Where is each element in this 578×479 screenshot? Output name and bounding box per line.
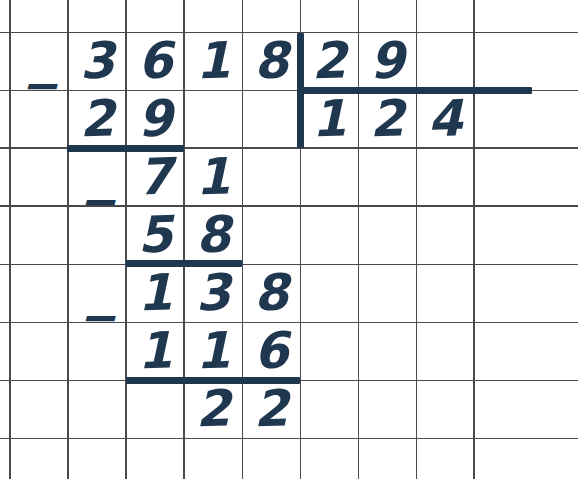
digit-2-r2c7: 2 [357,89,417,149]
digit-9-r1c7: 9 [357,31,417,91]
minus-sign-r5c2: − [68,288,126,346]
digit-1-r3c4: 1 [183,147,243,207]
digit-1-r1c4: 1 [183,31,243,91]
digit-2-r7c5: 2 [241,379,301,439]
minus-sign-r1c1: − [10,56,68,114]
minus-sign-r3c2: − [68,172,126,230]
digit-6-r6c5: 6 [241,321,301,381]
digit-8-r4c4: 8 [183,205,243,265]
digit-7-r3c3: 7 [125,147,185,207]
digit-8-r5c5: 8 [241,263,301,323]
digit-6-r1c3: 6 [125,31,185,91]
digit-1-r6c4: 1 [183,321,243,381]
digit-8-r1c5: 8 [241,31,301,91]
graph-paper-worksheet: −36182929124−7158−13811622 [0,0,578,479]
digit-1-r5c3: 1 [125,263,185,323]
digit-5-r4c3: 5 [125,205,185,265]
digit-9-r2c3: 9 [125,89,185,149]
digit-2-r1c6: 2 [299,31,359,91]
digit-2-r2c2: 2 [67,89,127,149]
digit-1-r2c6: 1 [299,89,359,149]
digit-3-r5c4: 3 [183,263,243,323]
digit-2-r7c4: 2 [183,379,243,439]
digit-4-r2c8: 4 [415,89,475,149]
digit-3-r1c2: 3 [67,31,127,91]
digit-1-r6c3: 1 [125,321,185,381]
